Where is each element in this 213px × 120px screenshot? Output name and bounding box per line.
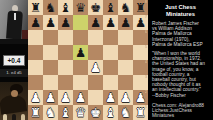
square-g6[interactable] [118,30,133,45]
game-info: Robert James Fischervs William AddisonPa… [152,21,212,47]
square-h3[interactable]: 3 [133,75,148,90]
square-b2[interactable]: ♟ [43,90,58,105]
square-b7[interactable]: ♟ [43,15,58,30]
channel-title: Just ChessMiniatures [148,4,213,17]
white-pawn: ♟ [90,60,101,75]
white-pawn: ♟ [75,90,86,105]
square-d5[interactable]: ♟ [73,45,88,60]
square-b6[interactable] [43,30,58,45]
square-h7[interactable]: ♟7 [133,15,148,30]
text-line: the United States had an [152,61,212,66]
square-h6[interactable]: 6 [133,30,148,45]
black-pawn: ♟ [45,15,56,30]
square-h1[interactable]: ♜1 [133,105,148,120]
square-c7[interactable]: ♟ [58,15,73,30]
black-pawn: ♟ [60,15,71,30]
black-bishop: ♝ [60,0,71,15]
william-addison-photo [0,0,28,44]
rank-coord-label: 2 [145,90,147,94]
square-g8[interactable]: ♞ [118,0,133,15]
square-g1[interactable]: ♞ [118,105,133,120]
square-f1[interactable]: ♝ [103,105,118,120]
white-rook: ♜ [30,105,41,120]
photo-figure [14,13,16,20]
text-line: --Bobby Fischer [152,93,212,98]
square-d8[interactable]: ♛ [73,0,88,15]
square-h5[interactable]: 5 [133,45,148,60]
square-e3[interactable] [88,75,103,90]
black-pawn: ♟ [120,15,131,30]
black-queen: ♛ [75,0,86,15]
rank-coord-label: 4 [145,60,147,64]
white-knight: ♞ [45,105,56,120]
square-g3[interactable] [118,75,133,90]
square-c5[interactable] [58,45,73,60]
text-line: Miniatures [152,113,212,118]
square-d2[interactable]: ♟ [73,90,88,105]
square-c6[interactable] [58,30,73,45]
video-frame: +0.4 1. e4 d5 ♜♞♝♛♚♝♞♜8♟♟♟♟♟♟♟76♟5♟43♟♟♟… [0,0,213,120]
square-f3[interactable] [103,75,118,90]
square-h4[interactable]: 4 [133,60,148,75]
photo-figure [11,90,18,97]
square-h8[interactable]: ♜8 [133,0,148,15]
black-knight: ♞ [120,0,131,15]
left-sidebar: +0.4 1. e4 d5 [0,0,28,120]
square-g4[interactable] [118,60,133,75]
move-list: 1. e4 d5 [0,69,28,77]
square-b1[interactable]: ♞ [43,105,58,120]
square-e8[interactable]: ♚ [88,0,103,15]
square-a2[interactable]: ♟ [28,90,43,105]
square-f5[interactable] [103,45,118,60]
square-b3[interactable] [43,75,58,90]
square-e2[interactable] [88,90,103,105]
rank-coord-label: 5 [145,45,147,49]
square-b5[interactable] [43,45,58,60]
engine-eval-badge: +0.4 [3,55,25,66]
square-b8[interactable]: ♞ [43,0,58,15]
square-a8[interactable]: ♜ [28,0,43,15]
black-pawn: ♟ [30,15,41,30]
square-e1[interactable]: ♚ [88,105,103,120]
white-pawn: ♟ [30,90,41,105]
white-queen: ♛ [75,105,86,120]
square-c1[interactable]: ♝ [58,105,73,120]
photo-figure [12,114,16,120]
black-pawn: ♟ [105,15,116,30]
square-g7[interactable]: ♟ [118,15,133,30]
square-c3[interactable] [58,75,73,90]
square-b4[interactable] [43,60,58,75]
white-king: ♚ [90,105,101,120]
square-f4[interactable] [103,60,118,75]
square-g5[interactable] [118,45,133,60]
black-king: ♚ [90,0,101,15]
photo-figure [3,114,7,120]
square-d6[interactable] [73,30,88,45]
rank-coord-label: 1 [145,105,147,109]
white-pawn: ♟ [45,90,56,105]
white-pawn: ♟ [60,90,71,105]
rank-coord-label: 6 [145,30,147,34]
square-f6[interactable] [103,30,118,45]
square-a5[interactable] [28,45,43,60]
square-h2[interactable]: ♟2 [133,90,148,105]
white-pawn: ♟ [120,90,131,105]
square-f8[interactable]: ♝ [103,0,118,15]
square-a6[interactable] [28,30,43,45]
rank-coord-label: 8 [145,0,147,4]
panel-footer: Chess.com: Alejandro88Lichess:JustChessM… [152,103,212,119]
black-pawn: ♟ [90,15,101,30]
text-line: Palma de Mallorca ESP [152,42,212,47]
text-line: Miniatures [148,11,213,18]
square-a3[interactable] [28,75,43,90]
square-d3[interactable] [73,75,88,90]
square-a4[interactable] [28,60,43,75]
square-c2[interactable]: ♟ [58,90,73,105]
square-d4[interactable] [73,60,88,75]
white-pawn: ♟ [105,90,116,105]
square-d1[interactable]: ♛ [73,105,88,120]
rank-coord-label: 7 [145,15,147,19]
white-knight: ♞ [120,105,131,120]
square-e4[interactable]: ♟ [88,60,103,75]
info-panel: Just ChessMiniatures Robert James Fische… [148,0,213,120]
square-f7[interactable]: ♟ [103,15,118,30]
square-a7[interactable]: ♟ [28,15,43,30]
white-bishop: ♝ [60,105,71,120]
fischer-quote: "When I won the worldchampionship, in 19… [152,51,212,98]
square-e7[interactable]: ♟ [88,15,103,30]
black-pawn: ♟ [75,45,86,60]
black-rook: ♜ [30,0,41,15]
photo-figure [21,114,25,120]
square-c4[interactable] [58,60,73,75]
square-d7[interactable] [73,15,88,30]
square-f2[interactable]: ♟ [103,90,118,105]
photo-figure [0,39,28,44]
square-e5[interactable] [88,45,103,60]
square-e6[interactable] [88,30,103,45]
chess-board: ♜♞♝♛♚♝♞♜8♟♟♟♟♟♟♟76♟5♟43♟♟♟♟♟♟♟2♜♞♝♛♚♝♞♜1 [28,0,148,120]
black-bishop: ♝ [105,0,116,15]
square-a1[interactable]: ♜ [28,105,43,120]
square-c8[interactable]: ♝ [58,0,73,15]
black-knight: ♞ [45,0,56,15]
square-g2[interactable]: ♟ [118,90,133,105]
bobby-fischer-photo [0,82,28,120]
white-bishop: ♝ [105,105,116,120]
rank-coord-label: 3 [145,75,147,79]
